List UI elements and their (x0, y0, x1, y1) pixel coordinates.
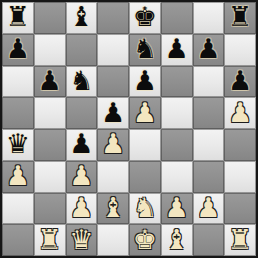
piece-white-pawn[interactable]: ♟ (6, 162, 30, 189)
square-h4[interactable] (224, 129, 256, 161)
square-e6[interactable]: ♟ (129, 66, 161, 98)
square-d2[interactable]: ♝ (97, 193, 129, 225)
piece-white-king[interactable]: ♚ (133, 226, 157, 253)
square-g6[interactable] (193, 66, 225, 98)
square-h2[interactable] (224, 193, 256, 225)
piece-black-pawn[interactable]: ♟ (165, 35, 189, 62)
square-b8[interactable] (34, 2, 66, 34)
piece-black-pawn[interactable]: ♟ (38, 67, 62, 94)
piece-white-pawn[interactable]: ♟ (228, 99, 252, 126)
square-e7[interactable]: ♞ (129, 34, 161, 66)
square-g4[interactable] (193, 129, 225, 161)
square-b4[interactable] (34, 129, 66, 161)
square-g2[interactable]: ♟ (193, 193, 225, 225)
piece-white-pawn[interactable]: ♟ (196, 194, 220, 221)
piece-white-pawn[interactable]: ♟ (69, 194, 93, 221)
square-c7[interactable] (66, 34, 98, 66)
square-d4[interactable]: ♟ (97, 129, 129, 161)
square-h3[interactable] (224, 161, 256, 193)
square-f6[interactable] (161, 66, 193, 98)
square-d1[interactable] (97, 224, 129, 256)
square-f7[interactable]: ♟ (161, 34, 193, 66)
piece-black-pawn[interactable]: ♟ (133, 67, 157, 94)
square-e3[interactable] (129, 161, 161, 193)
piece-black-king[interactable]: ♚ (133, 3, 157, 30)
square-d6[interactable] (97, 66, 129, 98)
square-b1[interactable]: ♜ (34, 224, 66, 256)
piece-white-pawn[interactable]: ♟ (133, 99, 157, 126)
square-h5[interactable]: ♟ (224, 97, 256, 129)
piece-white-pawn[interactable]: ♟ (165, 194, 189, 221)
square-g7[interactable]: ♟ (193, 34, 225, 66)
square-f8[interactable] (161, 2, 193, 34)
square-a6[interactable] (2, 66, 34, 98)
piece-white-pawn[interactable]: ♟ (69, 162, 93, 189)
piece-black-pawn[interactable]: ♟ (101, 99, 125, 126)
square-c5[interactable] (66, 97, 98, 129)
piece-black-rook[interactable]: ♜ (6, 3, 30, 30)
piece-black-knight[interactable]: ♞ (69, 67, 93, 94)
square-e8[interactable]: ♚ (129, 2, 161, 34)
square-a1[interactable] (2, 224, 34, 256)
square-b7[interactable] (34, 34, 66, 66)
chess-board: ♜♝♚♜♟♞♟♟♟♞♟♟♟♟♟♛♟♟♟♟♟♝♞♟♟♜♛♚♝♜ (0, 0, 258, 258)
square-e4[interactable] (129, 129, 161, 161)
piece-white-rook[interactable]: ♜ (38, 226, 62, 253)
square-h7[interactable] (224, 34, 256, 66)
piece-white-rook[interactable]: ♜ (228, 226, 252, 253)
square-f2[interactable]: ♟ (161, 193, 193, 225)
square-c3[interactable]: ♟ (66, 161, 98, 193)
square-c8[interactable]: ♝ (66, 2, 98, 34)
square-a8[interactable]: ♜ (2, 2, 34, 34)
square-e1[interactable]: ♚ (129, 224, 161, 256)
square-d7[interactable] (97, 34, 129, 66)
piece-black-queen[interactable]: ♛ (6, 130, 30, 157)
square-f5[interactable] (161, 97, 193, 129)
piece-black-rook[interactable]: ♜ (228, 3, 252, 30)
square-b5[interactable] (34, 97, 66, 129)
square-b3[interactable] (34, 161, 66, 193)
square-f3[interactable] (161, 161, 193, 193)
square-a5[interactable] (2, 97, 34, 129)
piece-white-pawn[interactable]: ♟ (101, 130, 125, 157)
square-g3[interactable] (193, 161, 225, 193)
square-g1[interactable] (193, 224, 225, 256)
square-e2[interactable]: ♞ (129, 193, 161, 225)
square-a7[interactable]: ♟ (2, 34, 34, 66)
square-f1[interactable]: ♝ (161, 224, 193, 256)
square-g8[interactable] (193, 2, 225, 34)
square-g5[interactable] (193, 97, 225, 129)
square-d3[interactable] (97, 161, 129, 193)
square-b6[interactable]: ♟ (34, 66, 66, 98)
square-b2[interactable] (34, 193, 66, 225)
square-c1[interactable]: ♛ (66, 224, 98, 256)
square-f4[interactable] (161, 129, 193, 161)
piece-white-bishop[interactable]: ♝ (165, 226, 189, 253)
piece-black-pawn[interactable]: ♟ (6, 35, 30, 62)
square-h6[interactable]: ♟ (224, 66, 256, 98)
square-d8[interactable] (97, 2, 129, 34)
piece-white-bishop[interactable]: ♝ (101, 194, 125, 221)
piece-white-knight[interactable]: ♞ (133, 194, 157, 221)
square-a2[interactable] (2, 193, 34, 225)
piece-black-pawn[interactable]: ♟ (69, 130, 93, 157)
square-c6[interactable]: ♞ (66, 66, 98, 98)
square-e5[interactable]: ♟ (129, 97, 161, 129)
piece-black-bishop[interactable]: ♝ (69, 3, 93, 30)
piece-black-pawn[interactable]: ♟ (228, 67, 252, 94)
square-a3[interactable]: ♟ (2, 161, 34, 193)
square-d5[interactable]: ♟ (97, 97, 129, 129)
piece-black-pawn[interactable]: ♟ (196, 35, 220, 62)
piece-white-queen[interactable]: ♛ (69, 226, 93, 253)
square-h8[interactable]: ♜ (224, 2, 256, 34)
square-a4[interactable]: ♛ (2, 129, 34, 161)
square-h1[interactable]: ♜ (224, 224, 256, 256)
square-c2[interactable]: ♟ (66, 193, 98, 225)
piece-black-knight[interactable]: ♞ (133, 35, 157, 62)
square-c4[interactable]: ♟ (66, 129, 98, 161)
